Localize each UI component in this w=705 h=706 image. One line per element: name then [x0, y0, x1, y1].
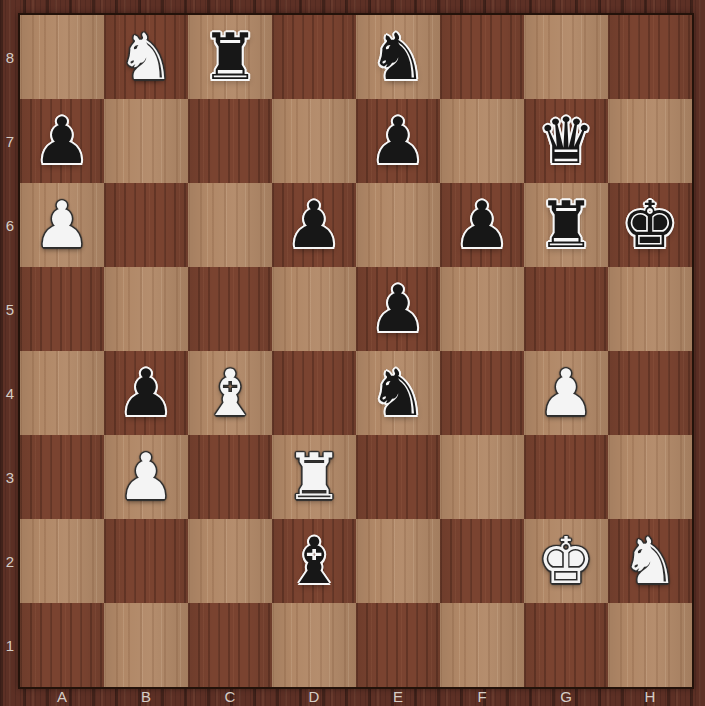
square-g6[interactable]: ♜: [524, 183, 608, 267]
square-e2[interactable]: [356, 519, 440, 603]
square-e6[interactable]: [356, 183, 440, 267]
square-h4[interactable]: [608, 351, 692, 435]
square-b6[interactable]: [104, 183, 188, 267]
black-bishop-piece[interactable]: ♝: [285, 519, 342, 603]
square-b7[interactable]: [104, 99, 188, 183]
chess-board-frame: 87654321 ♞♜♞♟♟♛♟♟♟♜♚♟♟♝♞♟♟♜♝♚♞ ABCDEFGH: [0, 0, 705, 706]
square-e7[interactable]: ♟: [356, 99, 440, 183]
square-b3[interactable]: ♟: [104, 435, 188, 519]
black-queen-piece[interactable]: ♛: [537, 99, 594, 183]
square-d6[interactable]: ♟: [272, 183, 356, 267]
square-g8[interactable]: [524, 15, 608, 99]
file-label-b: B: [104, 687, 188, 706]
black-rook-piece[interactable]: ♜: [537, 183, 594, 267]
white-bishop-piece[interactable]: ♝: [201, 351, 258, 435]
black-pawn-piece[interactable]: ♟: [369, 99, 426, 183]
square-d7[interactable]: [272, 99, 356, 183]
white-pawn-piece[interactable]: ♟: [33, 183, 90, 267]
rank-label-3: 3: [0, 435, 20, 519]
square-b2[interactable]: [104, 519, 188, 603]
square-c2[interactable]: [188, 519, 272, 603]
square-b1[interactable]: [104, 603, 188, 687]
square-d3[interactable]: ♜: [272, 435, 356, 519]
rank-labels: 87654321: [0, 15, 20, 687]
black-rook-piece[interactable]: ♜: [201, 15, 258, 99]
square-e5[interactable]: ♟: [356, 267, 440, 351]
square-f8[interactable]: [440, 15, 524, 99]
white-knight-piece[interactable]: ♞: [117, 15, 174, 99]
square-g7[interactable]: ♛: [524, 99, 608, 183]
chess-board: ♞♜♞♟♟♛♟♟♟♜♚♟♟♝♞♟♟♜♝♚♞: [20, 15, 692, 687]
square-c3[interactable]: [188, 435, 272, 519]
square-b4[interactable]: ♟: [104, 351, 188, 435]
square-e1[interactable]: [356, 603, 440, 687]
square-e8[interactable]: ♞: [356, 15, 440, 99]
rank-label-6: 6: [0, 183, 20, 267]
black-knight-piece[interactable]: ♞: [369, 15, 426, 99]
square-e3[interactable]: [356, 435, 440, 519]
square-a3[interactable]: [20, 435, 104, 519]
square-h1[interactable]: [608, 603, 692, 687]
square-h6[interactable]: ♚: [608, 183, 692, 267]
square-c6[interactable]: [188, 183, 272, 267]
rank-label-4: 4: [0, 351, 20, 435]
square-a5[interactable]: [20, 267, 104, 351]
black-pawn-piece[interactable]: ♟: [117, 351, 174, 435]
black-king-piece[interactable]: ♚: [621, 183, 678, 267]
square-g4[interactable]: ♟: [524, 351, 608, 435]
rank-label-7: 7: [0, 99, 20, 183]
square-a8[interactable]: [20, 15, 104, 99]
square-h2[interactable]: ♞: [608, 519, 692, 603]
rank-label-1: 1: [0, 603, 20, 687]
square-d8[interactable]: [272, 15, 356, 99]
file-label-d: D: [272, 687, 356, 706]
file-label-g: G: [524, 687, 608, 706]
square-f3[interactable]: [440, 435, 524, 519]
square-g5[interactable]: [524, 267, 608, 351]
file-labels: ABCDEFGH: [20, 687, 692, 706]
square-a1[interactable]: [20, 603, 104, 687]
square-a7[interactable]: ♟: [20, 99, 104, 183]
rank-label-8: 8: [0, 15, 20, 99]
square-d4[interactable]: [272, 351, 356, 435]
square-a4[interactable]: [20, 351, 104, 435]
square-f1[interactable]: [440, 603, 524, 687]
square-g2[interactable]: ♚: [524, 519, 608, 603]
black-pawn-piece[interactable]: ♟: [453, 183, 510, 267]
square-g1[interactable]: [524, 603, 608, 687]
square-c5[interactable]: [188, 267, 272, 351]
rank-label-5: 5: [0, 267, 20, 351]
white-pawn-piece[interactable]: ♟: [537, 351, 594, 435]
square-f5[interactable]: [440, 267, 524, 351]
file-label-a: A: [20, 687, 104, 706]
square-c1[interactable]: [188, 603, 272, 687]
square-f6[interactable]: ♟: [440, 183, 524, 267]
black-pawn-piece[interactable]: ♟: [285, 183, 342, 267]
square-a2[interactable]: [20, 519, 104, 603]
square-g3[interactable]: [524, 435, 608, 519]
white-king-piece[interactable]: ♚: [537, 519, 594, 603]
square-e4[interactable]: ♞: [356, 351, 440, 435]
square-d1[interactable]: [272, 603, 356, 687]
square-f4[interactable]: [440, 351, 524, 435]
black-pawn-piece[interactable]: ♟: [33, 99, 90, 183]
square-h3[interactable]: [608, 435, 692, 519]
file-label-f: F: [440, 687, 524, 706]
file-label-h: H: [608, 687, 692, 706]
square-h5[interactable]: [608, 267, 692, 351]
square-a6[interactable]: ♟: [20, 183, 104, 267]
square-d2[interactable]: ♝: [272, 519, 356, 603]
square-d5[interactable]: [272, 267, 356, 351]
square-h7[interactable]: [608, 99, 692, 183]
square-c7[interactable]: [188, 99, 272, 183]
file-label-c: C: [188, 687, 272, 706]
square-b5[interactable]: [104, 267, 188, 351]
rank-label-2: 2: [0, 519, 20, 603]
white-pawn-piece[interactable]: ♟: [117, 435, 174, 519]
square-f7[interactable]: [440, 99, 524, 183]
square-f2[interactable]: [440, 519, 524, 603]
square-c4[interactable]: ♝: [188, 351, 272, 435]
black-pawn-piece[interactable]: ♟: [369, 267, 426, 351]
white-knight-piece[interactable]: ♞: [621, 519, 678, 603]
square-h8[interactable]: [608, 15, 692, 99]
square-c8[interactable]: ♜: [188, 15, 272, 99]
black-knight-piece[interactable]: ♞: [369, 351, 426, 435]
white-rook-piece[interactable]: ♜: [285, 435, 342, 519]
file-label-e: E: [356, 687, 440, 706]
square-b8[interactable]: ♞: [104, 15, 188, 99]
